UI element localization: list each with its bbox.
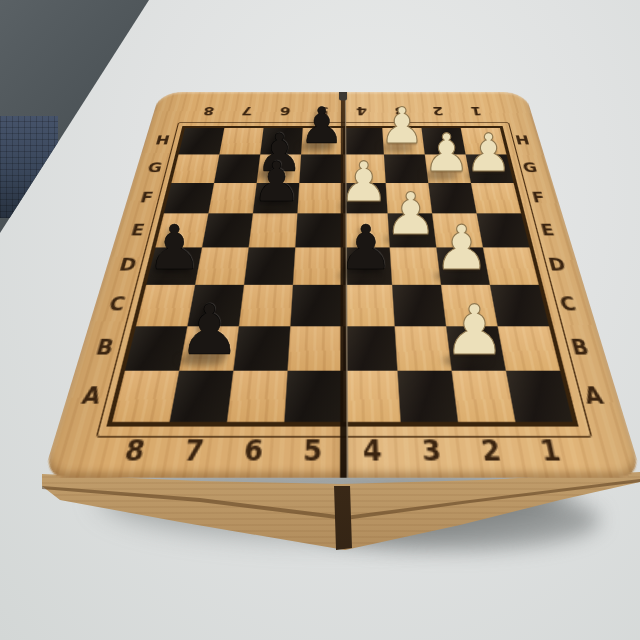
file-label-left-E: E <box>128 221 145 239</box>
rank-label-top-2: 2 <box>431 104 444 116</box>
square-d2 <box>436 247 490 284</box>
square-e8 <box>155 214 208 248</box>
square-c5 <box>290 285 342 326</box>
square-d6 <box>244 247 295 284</box>
file-label-right-G: G <box>521 161 539 176</box>
rank-label-top-8: 8 <box>201 104 214 116</box>
square-e2 <box>431 214 482 248</box>
square-h5 <box>301 128 342 154</box>
square-d1 <box>482 247 538 284</box>
square-e4 <box>342 214 389 248</box>
square-f7 <box>208 183 256 214</box>
square-g4 <box>342 154 385 182</box>
square-d7 <box>195 247 249 284</box>
file-label-right-E: E <box>538 221 555 239</box>
square-h2 <box>421 128 465 154</box>
rank-label-top-5: 5 <box>317 104 328 116</box>
rank-label-bottom-3: 3 <box>420 434 442 467</box>
file-label-left-G: G <box>145 161 163 176</box>
square-g1 <box>465 154 513 182</box>
square-b4 <box>342 326 396 372</box>
square-b7 <box>179 326 239 372</box>
rank-label-bottom-2: 2 <box>479 434 503 467</box>
square-c6 <box>239 285 293 326</box>
rank-label-bottom-8: 8 <box>121 434 147 467</box>
square-h3 <box>381 128 424 154</box>
square-g2 <box>424 154 470 182</box>
square-e3 <box>387 214 436 248</box>
file-label-left-D: D <box>116 256 137 275</box>
square-b5 <box>288 326 342 372</box>
fold-seam <box>339 92 347 478</box>
square-g5 <box>299 154 342 182</box>
square-e1 <box>476 214 529 248</box>
square-f1 <box>470 183 520 214</box>
scene: HGFEDCBAHGFEDCBA8765432187654321 ♟♟♟♟♟♟♟… <box>0 0 640 640</box>
rank-label-bottom-4: 4 <box>362 434 382 467</box>
square-g3 <box>383 154 428 182</box>
square-d3 <box>389 247 440 284</box>
square-h6 <box>260 128 303 154</box>
square-f2 <box>427 183 475 214</box>
rank-label-top-3: 3 <box>394 104 406 116</box>
square-g6 <box>257 154 302 182</box>
square-c3 <box>391 285 445 326</box>
square-h1 <box>460 128 506 154</box>
square-g8 <box>171 154 219 182</box>
file-label-right-A: A <box>581 383 606 409</box>
square-a7 <box>169 371 233 422</box>
square-b1 <box>497 326 560 372</box>
square-b3 <box>394 326 451 372</box>
square-a1 <box>505 371 572 422</box>
square-a6 <box>227 371 288 422</box>
square-d8 <box>146 247 202 284</box>
square-c1 <box>489 285 548 326</box>
fold-notch-top <box>338 92 346 100</box>
rank-label-bottom-6: 6 <box>242 434 264 467</box>
square-d4 <box>342 247 391 284</box>
rank-label-bottom-5: 5 <box>302 434 322 467</box>
rank-label-top-1: 1 <box>469 104 482 116</box>
couch-cushion <box>0 116 58 218</box>
square-a8 <box>112 371 179 422</box>
file-label-left-C: C <box>106 294 127 315</box>
square-c8 <box>136 285 195 326</box>
square-f5 <box>297 183 342 214</box>
square-g7 <box>214 154 260 182</box>
square-d5 <box>293 247 342 284</box>
square-b6 <box>233 326 290 372</box>
file-label-left-F: F <box>138 190 155 206</box>
file-label-right-H: H <box>514 134 531 148</box>
square-f6 <box>253 183 300 214</box>
square-b8 <box>124 326 187 372</box>
file-label-left-B: B <box>93 336 116 360</box>
file-label-right-D: D <box>546 256 567 275</box>
square-h7 <box>219 128 263 154</box>
square-h8 <box>178 128 224 154</box>
square-c2 <box>440 285 497 326</box>
square-e7 <box>202 214 253 248</box>
square-a2 <box>451 371 515 422</box>
square-c4 <box>342 285 394 326</box>
file-label-right-F: F <box>530 190 547 206</box>
rank-label-top-4: 4 <box>356 104 367 116</box>
rank-label-top-7: 7 <box>240 104 253 116</box>
rank-label-top-6: 6 <box>279 104 291 116</box>
rank-label-bottom-1: 1 <box>537 434 563 467</box>
square-f3 <box>385 183 432 214</box>
square-e5 <box>295 214 342 248</box>
square-f4 <box>342 183 387 214</box>
square-c7 <box>187 285 244 326</box>
square-b2 <box>445 326 505 372</box>
square-a4 <box>342 371 400 422</box>
square-f8 <box>163 183 213 214</box>
square-h4 <box>342 128 383 154</box>
file-label-right-B: B <box>568 336 591 360</box>
file-label-right-C: C <box>557 294 578 315</box>
square-a3 <box>396 371 457 422</box>
file-label-left-A: A <box>78 383 103 409</box>
square-e6 <box>248 214 297 248</box>
chessboard: HGFEDCBAHGFEDCBA8765432187654321 <box>42 92 640 478</box>
file-label-left-H: H <box>153 134 170 148</box>
rank-label-bottom-7: 7 <box>181 434 205 467</box>
square-a5 <box>284 371 342 422</box>
